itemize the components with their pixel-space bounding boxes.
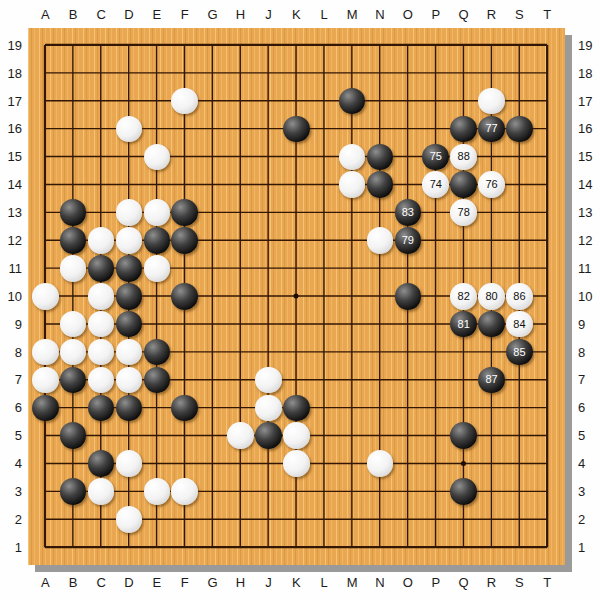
intersection-A3[interactable]	[31, 478, 59, 506]
intersection-C3[interactable]	[87, 478, 115, 506]
intersection-G13[interactable]	[199, 199, 227, 227]
intersection-H6[interactable]	[227, 394, 255, 422]
stone-white-E15[interactable]	[144, 144, 171, 171]
intersection-M2[interactable]	[338, 505, 366, 533]
intersection-M5[interactable]	[338, 422, 366, 450]
intersection-K11[interactable]	[282, 254, 310, 282]
intersection-R15[interactable]	[478, 143, 506, 171]
intersection-E5[interactable]	[143, 422, 171, 450]
intersection-L10[interactable]	[310, 282, 338, 310]
intersection-A10[interactable]	[31, 282, 59, 310]
intersection-C12[interactable]	[87, 227, 115, 255]
intersection-D3[interactable]	[115, 478, 143, 506]
intersection-A6[interactable]	[31, 394, 59, 422]
intersection-B8[interactable]	[59, 338, 87, 366]
intersection-G10[interactable]	[199, 282, 227, 310]
intersection-J19[interactable]	[254, 31, 282, 59]
intersection-E18[interactable]	[143, 59, 171, 87]
intersection-N17[interactable]	[366, 87, 394, 115]
intersection-Q1[interactable]	[450, 533, 478, 561]
intersection-R8[interactable]	[478, 338, 506, 366]
intersection-J10[interactable]	[254, 282, 282, 310]
stone-white-J7[interactable]	[255, 367, 282, 394]
intersection-P11[interactable]	[422, 254, 450, 282]
stone-white-E13[interactable]	[144, 199, 171, 226]
stone-black-D9[interactable]	[116, 311, 143, 338]
stone-black-S8[interactable]: 85	[506, 339, 533, 366]
intersection-G19[interactable]	[199, 31, 227, 59]
intersection-T8[interactable]	[533, 338, 561, 366]
intersection-J8[interactable]	[254, 338, 282, 366]
intersection-E8[interactable]	[143, 338, 171, 366]
intersection-T17[interactable]	[533, 87, 561, 115]
intersection-F19[interactable]	[171, 31, 199, 59]
intersection-R9[interactable]	[478, 310, 506, 338]
stone-white-D7[interactable]	[116, 367, 143, 394]
intersection-J17[interactable]	[254, 87, 282, 115]
intersection-B10[interactable]	[59, 282, 87, 310]
intersection-N9[interactable]	[366, 310, 394, 338]
intersection-L5[interactable]	[310, 422, 338, 450]
intersection-F18[interactable]	[171, 59, 199, 87]
intersection-G16[interactable]	[199, 115, 227, 143]
stone-black-O13[interactable]: 83	[395, 199, 422, 226]
intersection-M8[interactable]	[338, 338, 366, 366]
intersection-Q11[interactable]	[450, 254, 478, 282]
intersection-S19[interactable]	[505, 31, 533, 59]
intersection-B16[interactable]	[59, 115, 87, 143]
intersection-D5[interactable]	[115, 422, 143, 450]
intersection-A7[interactable]	[31, 366, 59, 394]
intersection-R17[interactable]	[478, 87, 506, 115]
stone-white-M15[interactable]	[339, 144, 366, 171]
intersection-F13[interactable]	[171, 199, 199, 227]
intersection-B2[interactable]	[59, 505, 87, 533]
intersection-P13[interactable]	[422, 199, 450, 227]
intersection-F17[interactable]	[171, 87, 199, 115]
intersection-L2[interactable]	[310, 505, 338, 533]
intersection-S11[interactable]	[505, 254, 533, 282]
intersection-M6[interactable]	[338, 394, 366, 422]
intersection-N18[interactable]	[366, 59, 394, 87]
intersection-L15[interactable]	[310, 143, 338, 171]
intersection-J18[interactable]	[254, 59, 282, 87]
intersection-T4[interactable]	[533, 450, 561, 478]
intersection-H13[interactable]	[227, 199, 255, 227]
intersection-Q7[interactable]	[450, 366, 478, 394]
intersection-C6[interactable]	[87, 394, 115, 422]
stone-black-B5[interactable]	[60, 422, 87, 449]
intersection-O14[interactable]	[394, 171, 422, 199]
intersection-R5[interactable]	[478, 422, 506, 450]
intersection-B9[interactable]	[59, 310, 87, 338]
stone-black-B3[interactable]	[60, 478, 87, 505]
stone-white-C8[interactable]	[88, 339, 115, 366]
intersection-O4[interactable]	[394, 450, 422, 478]
intersection-Q6[interactable]	[450, 394, 478, 422]
intersection-L11[interactable]	[310, 254, 338, 282]
intersection-E4[interactable]	[143, 450, 171, 478]
stone-black-M17[interactable]	[339, 88, 366, 115]
intersection-A17[interactable]	[31, 87, 59, 115]
intersection-O16[interactable]	[394, 115, 422, 143]
intersection-M1[interactable]	[338, 533, 366, 561]
intersection-G15[interactable]	[199, 143, 227, 171]
stone-black-J5[interactable]	[255, 422, 282, 449]
intersection-Q9[interactable]: 81	[450, 310, 478, 338]
intersection-S12[interactable]	[505, 227, 533, 255]
intersection-L18[interactable]	[310, 59, 338, 87]
intersection-Q17[interactable]	[450, 87, 478, 115]
stone-black-F12[interactable]	[171, 227, 198, 254]
intersection-J11[interactable]	[254, 254, 282, 282]
intersection-S4[interactable]	[505, 450, 533, 478]
intersection-N3[interactable]	[366, 478, 394, 506]
intersection-D15[interactable]	[115, 143, 143, 171]
intersection-J14[interactable]	[254, 171, 282, 199]
intersection-A11[interactable]	[31, 254, 59, 282]
intersection-T12[interactable]	[533, 227, 561, 255]
intersection-D11[interactable]	[115, 254, 143, 282]
intersection-C1[interactable]	[87, 533, 115, 561]
intersection-F16[interactable]	[171, 115, 199, 143]
intersection-C4[interactable]	[87, 450, 115, 478]
intersection-H12[interactable]	[227, 227, 255, 255]
stone-white-J6[interactable]	[255, 395, 282, 422]
stone-white-R17[interactable]	[478, 88, 505, 115]
intersection-M13[interactable]	[338, 199, 366, 227]
intersection-K4[interactable]	[282, 450, 310, 478]
intersection-G14[interactable]	[199, 171, 227, 199]
intersection-S7[interactable]	[505, 366, 533, 394]
intersection-K18[interactable]	[282, 59, 310, 87]
intersection-C17[interactable]	[87, 87, 115, 115]
stone-white-D13[interactable]	[116, 199, 143, 226]
intersection-G11[interactable]	[199, 254, 227, 282]
intersection-O13[interactable]: 83	[394, 199, 422, 227]
intersection-F3[interactable]	[171, 478, 199, 506]
intersection-H4[interactable]	[227, 450, 255, 478]
intersection-E15[interactable]	[143, 143, 171, 171]
intersection-R3[interactable]	[478, 478, 506, 506]
intersection-D1[interactable]	[115, 533, 143, 561]
intersection-D2[interactable]	[115, 505, 143, 533]
intersection-S16[interactable]	[505, 115, 533, 143]
intersection-C2[interactable]	[87, 505, 115, 533]
intersection-K16[interactable]	[282, 115, 310, 143]
intersection-G12[interactable]	[199, 227, 227, 255]
intersection-R7[interactable]: 87	[478, 366, 506, 394]
intersection-O8[interactable]	[394, 338, 422, 366]
intersection-S10[interactable]: 86	[505, 282, 533, 310]
intersection-B3[interactable]	[59, 478, 87, 506]
stone-white-S10[interactable]: 86	[506, 283, 533, 310]
intersection-G8[interactable]	[199, 338, 227, 366]
intersection-O1[interactable]	[394, 533, 422, 561]
intersection-L13[interactable]	[310, 199, 338, 227]
intersection-F10[interactable]	[171, 282, 199, 310]
stone-black-B7[interactable]	[60, 367, 87, 394]
stone-white-Q10[interactable]: 82	[450, 283, 477, 310]
intersection-B7[interactable]	[59, 366, 87, 394]
intersection-Q3[interactable]	[450, 478, 478, 506]
intersection-T2[interactable]	[533, 505, 561, 533]
intersection-G4[interactable]	[199, 450, 227, 478]
intersection-D10[interactable]	[115, 282, 143, 310]
intersection-E13[interactable]	[143, 199, 171, 227]
intersection-R13[interactable]	[478, 199, 506, 227]
intersection-L9[interactable]	[310, 310, 338, 338]
intersection-F4[interactable]	[171, 450, 199, 478]
stone-white-E3[interactable]	[144, 478, 171, 505]
intersection-O7[interactable]	[394, 366, 422, 394]
intersection-T11[interactable]	[533, 254, 561, 282]
stone-white-C10[interactable]	[88, 283, 115, 310]
stone-black-K16[interactable]	[283, 116, 310, 143]
intersection-E19[interactable]	[143, 31, 171, 59]
intersection-E6[interactable]	[143, 394, 171, 422]
intersection-G1[interactable]	[199, 533, 227, 561]
intersection-E14[interactable]	[143, 171, 171, 199]
intersection-F5[interactable]	[171, 422, 199, 450]
intersection-E10[interactable]	[143, 282, 171, 310]
intersection-K3[interactable]	[282, 478, 310, 506]
intersection-D12[interactable]	[115, 227, 143, 255]
intersection-H11[interactable]	[227, 254, 255, 282]
stone-black-C11[interactable]	[88, 255, 115, 282]
stone-white-P14[interactable]: 74	[422, 171, 449, 198]
stone-black-E8[interactable]	[144, 339, 171, 366]
stone-white-B8[interactable]	[60, 339, 87, 366]
intersection-E3[interactable]	[143, 478, 171, 506]
intersection-N11[interactable]	[366, 254, 394, 282]
stone-white-C3[interactable]	[88, 478, 115, 505]
stone-black-P15[interactable]: 75	[422, 144, 449, 171]
intersection-K6[interactable]	[282, 394, 310, 422]
intersection-H10[interactable]	[227, 282, 255, 310]
intersection-P2[interactable]	[422, 505, 450, 533]
intersection-D13[interactable]	[115, 199, 143, 227]
intersection-N13[interactable]	[366, 199, 394, 227]
stone-black-B13[interactable]	[60, 199, 87, 226]
intersection-O6[interactable]	[394, 394, 422, 422]
intersection-N8[interactable]	[366, 338, 394, 366]
intersection-D6[interactable]	[115, 394, 143, 422]
intersection-A12[interactable]	[31, 227, 59, 255]
intersection-E17[interactable]	[143, 87, 171, 115]
intersection-D14[interactable]	[115, 171, 143, 199]
intersection-C10[interactable]	[87, 282, 115, 310]
intersection-P8[interactable]	[422, 338, 450, 366]
stone-black-N15[interactable]	[367, 144, 394, 171]
intersection-E9[interactable]	[143, 310, 171, 338]
intersection-R19[interactable]	[478, 31, 506, 59]
intersection-A14[interactable]	[31, 171, 59, 199]
intersection-R18[interactable]	[478, 59, 506, 87]
intersection-P10[interactable]	[422, 282, 450, 310]
stone-black-Q9[interactable]: 81	[450, 311, 477, 338]
intersection-L16[interactable]	[310, 115, 338, 143]
intersection-K8[interactable]	[282, 338, 310, 366]
intersection-C5[interactable]	[87, 422, 115, 450]
intersection-O2[interactable]	[394, 505, 422, 533]
intersection-Q5[interactable]	[450, 422, 478, 450]
intersection-T7[interactable]	[533, 366, 561, 394]
stone-white-C9[interactable]	[88, 311, 115, 338]
intersection-C9[interactable]	[87, 310, 115, 338]
intersection-Q13[interactable]: 78	[450, 199, 478, 227]
intersection-P19[interactable]	[422, 31, 450, 59]
intersection-H16[interactable]	[227, 115, 255, 143]
intersection-M10[interactable]	[338, 282, 366, 310]
intersection-S9[interactable]: 84	[505, 310, 533, 338]
intersection-L14[interactable]	[310, 171, 338, 199]
stone-black-C6[interactable]	[88, 395, 115, 422]
intersection-A9[interactable]	[31, 310, 59, 338]
intersection-Q18[interactable]	[450, 59, 478, 87]
intersection-T15[interactable]	[533, 143, 561, 171]
intersection-M16[interactable]	[338, 115, 366, 143]
intersection-D17[interactable]	[115, 87, 143, 115]
intersection-E2[interactable]	[143, 505, 171, 533]
intersection-K17[interactable]	[282, 87, 310, 115]
stone-white-Q15[interactable]: 88	[450, 144, 477, 171]
intersection-R6[interactable]	[478, 394, 506, 422]
intersection-E16[interactable]	[143, 115, 171, 143]
intersection-K14[interactable]	[282, 171, 310, 199]
stone-white-A7[interactable]	[32, 367, 59, 394]
stone-black-A6[interactable]	[32, 395, 59, 422]
intersection-T18[interactable]	[533, 59, 561, 87]
intersection-K1[interactable]	[282, 533, 310, 561]
intersection-T13[interactable]	[533, 199, 561, 227]
intersection-H3[interactable]	[227, 478, 255, 506]
intersection-M17[interactable]	[338, 87, 366, 115]
intersection-J2[interactable]	[254, 505, 282, 533]
intersection-R1[interactable]	[478, 533, 506, 561]
intersection-N5[interactable]	[366, 422, 394, 450]
intersection-S1[interactable]	[505, 533, 533, 561]
stone-white-F3[interactable]	[171, 478, 198, 505]
intersection-Q16[interactable]	[450, 115, 478, 143]
stone-white-R10[interactable]: 80	[478, 283, 505, 310]
intersection-G3[interactable]	[199, 478, 227, 506]
stone-white-K4[interactable]	[283, 450, 310, 477]
intersection-S3[interactable]	[505, 478, 533, 506]
stone-black-B12[interactable]	[60, 227, 87, 254]
intersection-F1[interactable]	[171, 533, 199, 561]
intersection-H8[interactable]	[227, 338, 255, 366]
intersection-O18[interactable]	[394, 59, 422, 87]
intersection-E12[interactable]	[143, 227, 171, 255]
intersection-F15[interactable]	[171, 143, 199, 171]
intersection-F11[interactable]	[171, 254, 199, 282]
stone-white-C7[interactable]	[88, 367, 115, 394]
intersection-J9[interactable]	[254, 310, 282, 338]
intersection-R2[interactable]	[478, 505, 506, 533]
intersection-M4[interactable]	[338, 450, 366, 478]
intersection-D19[interactable]	[115, 31, 143, 59]
intersection-R10[interactable]: 80	[478, 282, 506, 310]
intersection-F7[interactable]	[171, 366, 199, 394]
intersection-S15[interactable]	[505, 143, 533, 171]
intersection-H2[interactable]	[227, 505, 255, 533]
stone-black-N14[interactable]	[367, 171, 394, 198]
stone-white-D2[interactable]	[116, 506, 143, 533]
intersection-S6[interactable]	[505, 394, 533, 422]
intersection-O15[interactable]	[394, 143, 422, 171]
intersection-Q14[interactable]	[450, 171, 478, 199]
intersection-C19[interactable]	[87, 31, 115, 59]
intersection-M7[interactable]	[338, 366, 366, 394]
stone-black-E7[interactable]	[144, 367, 171, 394]
intersection-C14[interactable]	[87, 171, 115, 199]
intersection-F8[interactable]	[171, 338, 199, 366]
intersection-T1[interactable]	[533, 533, 561, 561]
stone-white-K5[interactable]	[283, 422, 310, 449]
stone-white-D16[interactable]	[116, 116, 143, 143]
stone-black-F6[interactable]	[171, 395, 198, 422]
intersection-A13[interactable]	[31, 199, 59, 227]
intersection-N6[interactable]	[366, 394, 394, 422]
intersection-A8[interactable]	[31, 338, 59, 366]
intersection-J5[interactable]	[254, 422, 282, 450]
stone-white-N4[interactable]	[367, 450, 394, 477]
intersection-O19[interactable]	[394, 31, 422, 59]
stone-black-R9[interactable]	[478, 311, 505, 338]
intersection-M15[interactable]	[338, 143, 366, 171]
intersection-P12[interactable]	[422, 227, 450, 255]
intersection-P3[interactable]	[422, 478, 450, 506]
intersection-N4[interactable]	[366, 450, 394, 478]
intersection-K13[interactable]	[282, 199, 310, 227]
intersection-D18[interactable]	[115, 59, 143, 87]
intersection-A2[interactable]	[31, 505, 59, 533]
intersection-F6[interactable]	[171, 394, 199, 422]
intersection-L17[interactable]	[310, 87, 338, 115]
intersection-R4[interactable]	[478, 450, 506, 478]
intersection-P6[interactable]	[422, 394, 450, 422]
intersection-G17[interactable]	[199, 87, 227, 115]
intersection-C18[interactable]	[87, 59, 115, 87]
intersection-K10[interactable]	[282, 282, 310, 310]
stone-black-R7[interactable]: 87	[478, 367, 505, 394]
intersection-D16[interactable]	[115, 115, 143, 143]
stone-white-S9[interactable]: 84	[506, 311, 533, 338]
intersection-L12[interactable]	[310, 227, 338, 255]
intersection-N12[interactable]	[366, 227, 394, 255]
intersection-P17[interactable]	[422, 87, 450, 115]
intersection-L19[interactable]	[310, 31, 338, 59]
stone-black-F10[interactable]	[171, 283, 198, 310]
intersection-G18[interactable]	[199, 59, 227, 87]
stone-white-B11[interactable]	[60, 255, 87, 282]
intersection-O12[interactable]: 79	[394, 227, 422, 255]
intersection-K9[interactable]	[282, 310, 310, 338]
intersection-D8[interactable]	[115, 338, 143, 366]
intersection-Q12[interactable]	[450, 227, 478, 255]
intersection-C11[interactable]	[87, 254, 115, 282]
intersection-M3[interactable]	[338, 478, 366, 506]
intersection-L3[interactable]	[310, 478, 338, 506]
intersection-F2[interactable]	[171, 505, 199, 533]
intersection-T10[interactable]	[533, 282, 561, 310]
intersection-C8[interactable]	[87, 338, 115, 366]
intersection-G5[interactable]	[199, 422, 227, 450]
stone-black-Q16[interactable]	[450, 116, 477, 143]
stone-black-D11[interactable]	[116, 255, 143, 282]
intersection-J6[interactable]	[254, 394, 282, 422]
